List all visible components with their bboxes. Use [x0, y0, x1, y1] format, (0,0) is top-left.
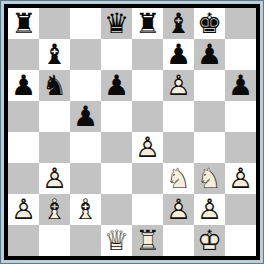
square-d4[interactable]: [101, 132, 132, 163]
square-b7[interactable]: ♝: [39, 39, 70, 70]
square-e7[interactable]: [132, 39, 163, 70]
square-e5[interactable]: [132, 101, 163, 132]
square-h8[interactable]: [225, 8, 256, 39]
chess-diagram-window: ♜♛♜♝♚♝♟♟♟♞♟♟♟♟♟♟♞♞♟♟♝♝♟♟♛♜♚: [0, 0, 264, 264]
square-a1[interactable]: [8, 225, 39, 256]
square-b8[interactable]: [39, 8, 70, 39]
square-g7[interactable]: ♟: [194, 39, 225, 70]
square-d8[interactable]: ♛: [101, 8, 132, 39]
square-f3[interactable]: ♞: [163, 163, 194, 194]
square-c5[interactable]: ♟: [70, 101, 101, 132]
square-c8[interactable]: [70, 8, 101, 39]
white-rook[interactable]: ♜: [135, 227, 160, 255]
square-d7[interactable]: [101, 39, 132, 70]
square-f7[interactable]: ♟: [163, 39, 194, 70]
black-knight[interactable]: ♞: [42, 72, 67, 100]
square-f2[interactable]: ♟: [163, 194, 194, 225]
square-a5[interactable]: [8, 101, 39, 132]
white-queen[interactable]: ♛: [104, 227, 129, 255]
black-pawn[interactable]: ♟: [73, 103, 98, 131]
square-b6[interactable]: ♞: [39, 70, 70, 101]
square-b4[interactable]: [39, 132, 70, 163]
square-h6[interactable]: ♟: [225, 70, 256, 101]
square-e1[interactable]: ♜: [132, 225, 163, 256]
white-pawn[interactable]: ♟: [166, 196, 191, 224]
square-g2[interactable]: ♟: [194, 194, 225, 225]
square-a3[interactable]: [8, 163, 39, 194]
square-d2[interactable]: [101, 194, 132, 225]
white-pawn[interactable]: ♟: [166, 72, 191, 100]
square-h2[interactable]: [225, 194, 256, 225]
square-g6[interactable]: [194, 70, 225, 101]
square-a4[interactable]: [8, 132, 39, 163]
black-king[interactable]: ♚: [197, 10, 222, 38]
square-h7[interactable]: [225, 39, 256, 70]
square-c7[interactable]: [70, 39, 101, 70]
white-pawn[interactable]: ♟: [197, 196, 222, 224]
square-h3[interactable]: ♟: [225, 163, 256, 194]
square-e8[interactable]: ♜: [132, 8, 163, 39]
square-d1[interactable]: ♛: [101, 225, 132, 256]
square-e3[interactable]: [132, 163, 163, 194]
square-c4[interactable]: [70, 132, 101, 163]
black-rook[interactable]: ♜: [11, 10, 36, 38]
square-b1[interactable]: [39, 225, 70, 256]
white-bishop[interactable]: ♝: [42, 196, 67, 224]
square-a7[interactable]: [8, 39, 39, 70]
square-e4[interactable]: ♟: [132, 132, 163, 163]
square-a8[interactable]: ♜: [8, 8, 39, 39]
black-bishop[interactable]: ♝: [42, 41, 67, 69]
square-c2[interactable]: ♝: [70, 194, 101, 225]
board-border: ♜♛♜♝♚♝♟♟♟♞♟♟♟♟♟♟♞♞♟♟♝♝♟♟♛♜♚: [4, 4, 260, 260]
black-bishop[interactable]: ♝: [166, 10, 191, 38]
square-e6[interactable]: [132, 70, 163, 101]
square-f5[interactable]: [163, 101, 194, 132]
square-h5[interactable]: [225, 101, 256, 132]
black-rook[interactable]: ♜: [135, 10, 160, 38]
square-g8[interactable]: ♚: [194, 8, 225, 39]
square-g4[interactable]: [194, 132, 225, 163]
square-c6[interactable]: [70, 70, 101, 101]
white-knight[interactable]: ♞: [197, 165, 222, 193]
black-pawn[interactable]: ♟: [104, 72, 129, 100]
chess-board: ♜♛♜♝♚♝♟♟♟♞♟♟♟♟♟♟♞♞♟♟♝♝♟♟♛♜♚: [8, 8, 256, 256]
black-pawn[interactable]: ♟: [11, 72, 36, 100]
black-pawn[interactable]: ♟: [166, 41, 191, 69]
square-b3[interactable]: ♟: [39, 163, 70, 194]
square-d6[interactable]: ♟: [101, 70, 132, 101]
square-f6[interactable]: ♟: [163, 70, 194, 101]
white-pawn[interactable]: ♟: [11, 196, 36, 224]
square-h4[interactable]: [225, 132, 256, 163]
white-pawn[interactable]: ♟: [42, 165, 67, 193]
square-a2[interactable]: ♟: [8, 194, 39, 225]
white-knight[interactable]: ♞: [166, 165, 191, 193]
square-f4[interactable]: [163, 132, 194, 163]
square-e2[interactable]: [132, 194, 163, 225]
square-b2[interactable]: ♝: [39, 194, 70, 225]
black-pawn[interactable]: ♟: [197, 41, 222, 69]
white-bishop[interactable]: ♝: [73, 196, 98, 224]
white-pawn[interactable]: ♟: [135, 134, 160, 162]
square-d5[interactable]: [101, 101, 132, 132]
square-g3[interactable]: ♞: [194, 163, 225, 194]
black-pawn[interactable]: ♟: [228, 72, 253, 100]
square-c1[interactable]: [70, 225, 101, 256]
square-g5[interactable]: [194, 101, 225, 132]
square-f8[interactable]: ♝: [163, 8, 194, 39]
square-b5[interactable]: [39, 101, 70, 132]
white-king[interactable]: ♚: [197, 227, 222, 255]
square-g1[interactable]: ♚: [194, 225, 225, 256]
square-a6[interactable]: ♟: [8, 70, 39, 101]
square-h1[interactable]: [225, 225, 256, 256]
black-queen[interactable]: ♛: [104, 10, 129, 38]
square-c3[interactable]: [70, 163, 101, 194]
white-pawn[interactable]: ♟: [228, 165, 253, 193]
square-d3[interactable]: [101, 163, 132, 194]
square-f1[interactable]: [163, 225, 194, 256]
